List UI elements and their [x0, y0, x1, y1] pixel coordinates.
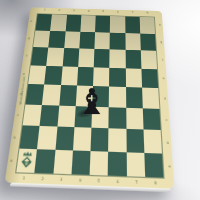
board-square[interactable]: [140, 33, 156, 51]
coordinate-label: c: [14, 104, 22, 126]
board-square[interactable]: [143, 129, 162, 153]
coordinate-label: 8: [146, 180, 165, 186]
coordinate-label: a: [166, 154, 173, 179]
board-square[interactable]: [53, 149, 73, 174]
board-square[interactable]: [37, 126, 57, 149]
coordinate-label: 1: [14, 175, 33, 181]
board-square[interactable]: [35, 149, 55, 174]
board-square[interactable]: [126, 107, 144, 129]
coordinate-label: 3: [66, 9, 81, 13]
board-square[interactable]: [55, 127, 74, 150]
board-square[interactable]: [109, 67, 125, 87]
board-square[interactable]: [125, 50, 141, 69]
coordinate-label: 6: [108, 178, 127, 184]
board-square[interactable]: [78, 48, 94, 66]
coordinate-label: b: [11, 126, 19, 149]
coordinate-label: 4: [81, 9, 96, 13]
board-square[interactable]: [141, 50, 157, 69]
corner-logo-icon: [17, 150, 35, 170]
coordinate-label: 8: [140, 11, 155, 15]
coordinate-label: a: [7, 149, 15, 174]
board-square[interactable]: [73, 127, 92, 150]
coordinate-label: b: [165, 131, 171, 154]
board-square[interactable]: [94, 49, 110, 68]
board-square[interactable]: [141, 68, 158, 88]
coordinate-label: 1: [37, 8, 52, 12]
coordinate-label: 6: [111, 10, 126, 14]
coordinate-label: g: [159, 33, 164, 50]
board-square[interactable]: [109, 87, 126, 108]
coordinate-label: 3: [52, 176, 71, 182]
coordinate-label: f: [160, 50, 166, 68]
board-square[interactable]: [108, 128, 126, 152]
coordinate-label: 5: [96, 10, 111, 14]
board-square[interactable]: [95, 16, 110, 33]
coordinate-label: f: [23, 46, 30, 64]
coordinate-label: 7: [127, 179, 146, 185]
coordinate-label: e: [161, 69, 167, 89]
coordinate-label: h: [28, 13, 34, 29]
coordinate-label: 7: [125, 11, 140, 15]
coordinate-label: 4: [70, 177, 89, 183]
black-bishop[interactable]: ♝: [74, 84, 110, 120]
board-square[interactable]: [94, 32, 110, 50]
board-square[interactable]: [110, 32, 125, 50]
board-square[interactable]: [64, 31, 80, 48]
board-square[interactable]: [71, 150, 90, 175]
board-square[interactable]: [79, 31, 95, 48]
board-square[interactable]: [139, 17, 155, 34]
coordinate-label: h: [158, 17, 163, 34]
coordinate-label: c: [164, 109, 170, 131]
coordinate-label: g: [26, 29, 33, 46]
coordinate-label: 2: [33, 176, 52, 182]
board-square[interactable]: [65, 15, 81, 32]
board-square[interactable]: [50, 14, 66, 31]
board-square[interactable]: [80, 15, 96, 32]
board-square[interactable]: [44, 65, 62, 85]
board-square[interactable]: [40, 105, 59, 127]
board-square[interactable]: [125, 68, 141, 88]
board-square[interactable]: [126, 87, 143, 108]
board-square[interactable]: [125, 33, 141, 51]
board-square[interactable]: [91, 128, 109, 151]
board-square[interactable]: [42, 84, 60, 105]
board-square[interactable]: [126, 129, 144, 153]
board-square[interactable]: [143, 108, 161, 130]
board-square[interactable]: [110, 16, 125, 33]
board-square[interactable]: [109, 107, 126, 129]
board-square[interactable]: [125, 17, 140, 34]
board-square[interactable]: [110, 49, 126, 68]
coordinate-label: 2: [52, 9, 67, 13]
coordinate-label: d: [162, 88, 168, 109]
board-square[interactable]: [108, 151, 126, 176]
coordinate-label: 5: [89, 178, 108, 184]
board-square[interactable]: [48, 31, 65, 48]
board-square[interactable]: [46, 48, 63, 66]
board-square[interactable]: [126, 152, 145, 177]
board-square[interactable]: [144, 152, 163, 177]
board-square[interactable]: [62, 48, 79, 66]
board-square[interactable]: [90, 151, 109, 176]
board-square[interactable]: [142, 88, 160, 109]
